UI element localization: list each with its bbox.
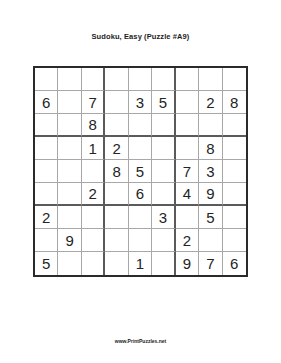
cell-r8c8[interactable] — [199, 229, 222, 252]
cell-r1c8[interactable] — [199, 68, 222, 91]
cell-r1c3[interactable] — [82, 68, 105, 91]
cell-r6c8[interactable]: 9 — [199, 183, 222, 206]
cell-r2c7[interactable] — [176, 91, 199, 114]
cell-r9c2[interactable] — [58, 252, 81, 275]
cell-r7c1[interactable]: 2 — [35, 206, 58, 229]
cell-r3c3[interactable]: 8 — [82, 114, 105, 137]
cell-r6c6[interactable] — [152, 183, 175, 206]
cell-r5c3[interactable] — [82, 160, 105, 183]
cell-r1c6[interactable] — [152, 68, 175, 91]
cell-r5c8[interactable]: 3 — [199, 160, 222, 183]
cell-r9c8[interactable]: 7 — [199, 252, 222, 275]
cell-r3c6[interactable] — [152, 114, 175, 137]
cell-r6c3[interactable]: 2 — [82, 183, 105, 206]
cell-r9c6[interactable] — [152, 252, 175, 275]
cell-r7c5[interactable] — [129, 206, 152, 229]
cell-r6c9[interactable] — [223, 183, 246, 206]
cell-r2c1[interactable]: 6 — [35, 91, 58, 114]
cell-r5c5[interactable]: 5 — [129, 160, 152, 183]
cell-r8c7[interactable]: 2 — [176, 229, 199, 252]
cell-r4c8[interactable]: 8 — [199, 137, 222, 160]
cell-r6c7[interactable]: 4 — [176, 183, 199, 206]
cell-r7c2[interactable] — [58, 206, 81, 229]
cell-r4c7[interactable] — [176, 137, 199, 160]
cell-r5c9[interactable] — [223, 160, 246, 183]
cell-r1c1[interactable] — [35, 68, 58, 91]
cell-r8c6[interactable] — [152, 229, 175, 252]
cell-r7c7[interactable] — [176, 206, 199, 229]
cell-r2c3[interactable]: 7 — [82, 91, 105, 114]
cell-r2c6[interactable]: 5 — [152, 91, 175, 114]
cell-r1c5[interactable] — [129, 68, 152, 91]
sudoku-board: 6735288128857326492359251976 — [33, 66, 248, 277]
page-title: Sudoku, Easy (Puzzle #A9) — [0, 32, 281, 41]
cell-r9c7[interactable]: 9 — [176, 252, 199, 275]
cell-r3c2[interactable] — [58, 114, 81, 137]
cell-r5c7[interactable]: 7 — [176, 160, 199, 183]
footer-url: www.PrintPuzzles.net — [0, 338, 281, 344]
cell-r6c4[interactable] — [105, 183, 128, 206]
cell-r7c8[interactable]: 5 — [199, 206, 222, 229]
cell-r3c9[interactable] — [223, 114, 246, 137]
cell-r5c6[interactable] — [152, 160, 175, 183]
cell-r7c4[interactable] — [105, 206, 128, 229]
cell-r2c4[interactable] — [105, 91, 128, 114]
cell-r2c5[interactable]: 3 — [129, 91, 152, 114]
cell-r8c9[interactable] — [223, 229, 246, 252]
sudoku-page: Sudoku, Easy (Puzzle #A9) 67352881288573… — [0, 0, 281, 363]
cell-r4c3[interactable]: 1 — [82, 137, 105, 160]
cell-r8c1[interactable] — [35, 229, 58, 252]
cell-r2c2[interactable] — [58, 91, 81, 114]
cell-r6c2[interactable] — [58, 183, 81, 206]
cell-r3c5[interactable] — [129, 114, 152, 137]
cell-r9c4[interactable] — [105, 252, 128, 275]
cell-r3c1[interactable] — [35, 114, 58, 137]
cell-r6c1[interactable] — [35, 183, 58, 206]
cell-r5c1[interactable] — [35, 160, 58, 183]
cell-r1c7[interactable] — [176, 68, 199, 91]
cell-r7c9[interactable] — [223, 206, 246, 229]
cell-r3c7[interactable] — [176, 114, 199, 137]
cell-r1c9[interactable] — [223, 68, 246, 91]
cell-r2c8[interactable]: 2 — [199, 91, 222, 114]
cell-r4c1[interactable] — [35, 137, 58, 160]
cell-r5c4[interactable]: 8 — [105, 160, 128, 183]
cell-r1c4[interactable] — [105, 68, 128, 91]
cell-r6c5[interactable]: 6 — [129, 183, 152, 206]
cell-r4c9[interactable] — [223, 137, 246, 160]
cell-r8c4[interactable] — [105, 229, 128, 252]
cell-r7c6[interactable]: 3 — [152, 206, 175, 229]
cell-r4c2[interactable] — [58, 137, 81, 160]
cell-r8c2[interactable]: 9 — [58, 229, 81, 252]
cell-r5c2[interactable] — [58, 160, 81, 183]
cell-r9c5[interactable]: 1 — [129, 252, 152, 275]
cell-r9c9[interactable]: 6 — [223, 252, 246, 275]
cell-r2c9[interactable]: 8 — [223, 91, 246, 114]
cell-r9c1[interactable]: 5 — [35, 252, 58, 275]
cell-r9c3[interactable] — [82, 252, 105, 275]
cell-r8c5[interactable] — [129, 229, 152, 252]
cell-r4c4[interactable]: 2 — [105, 137, 128, 160]
cell-r4c6[interactable] — [152, 137, 175, 160]
cell-r4c5[interactable] — [129, 137, 152, 160]
cell-r8c3[interactable] — [82, 229, 105, 252]
cell-r3c8[interactable] — [199, 114, 222, 137]
cell-r3c4[interactable] — [105, 114, 128, 137]
cell-r7c3[interactable] — [82, 206, 105, 229]
cell-r1c2[interactable] — [58, 68, 81, 91]
